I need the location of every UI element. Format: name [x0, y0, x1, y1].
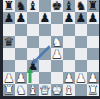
square-b5[interactable] — [15, 36, 27, 48]
square-d3[interactable] — [39, 60, 51, 72]
square-a1[interactable]: ♜ — [3, 84, 15, 96]
square-h6[interactable] — [87, 24, 99, 36]
chess-board: ♜♞♝♚♝♞♜♟♟♟♟♟♟♛♞♟♟♟♟♟♟♟♜♞♝♛♚♝♜ — [3, 0, 99, 96]
black-queen-a5[interactable]: ♛ — [4, 36, 15, 48]
square-e8[interactable]: ♚ — [51, 0, 63, 12]
black-pawn-g7[interactable]: ♟ — [76, 12, 87, 24]
square-b6[interactable] — [15, 24, 27, 36]
white-bishop-f1[interactable]: ♝ — [64, 84, 75, 96]
square-c3[interactable]: ♟ — [27, 60, 39, 72]
white-king-e1[interactable]: ♚ — [52, 84, 63, 96]
black-king-e8[interactable]: ♚ — [52, 0, 63, 12]
square-f5[interactable] — [63, 36, 75, 48]
square-e7[interactable] — [51, 12, 63, 24]
square-f6[interactable] — [63, 24, 75, 36]
square-c7[interactable] — [27, 12, 39, 24]
square-e1[interactable]: ♚ — [51, 84, 63, 96]
square-c6[interactable] — [27, 24, 39, 36]
square-h7[interactable]: ♟ — [87, 12, 99, 24]
black-pawn-d7[interactable]: ♟ — [40, 12, 51, 24]
white-rook-a1[interactable]: ♜ — [4, 84, 15, 96]
square-d1[interactable]: ♛ — [39, 84, 51, 96]
square-f4[interactable] — [63, 48, 75, 60]
square-a5[interactable]: ♛ — [3, 36, 15, 48]
square-g4[interactable] — [75, 48, 87, 60]
square-g1[interactable] — [75, 84, 87, 96]
white-queen-d1[interactable]: ♛ — [40, 84, 51, 96]
square-d5[interactable] — [39, 36, 51, 48]
square-c8[interactable]: ♝ — [27, 0, 39, 12]
square-d6[interactable] — [39, 24, 51, 36]
square-g5[interactable] — [75, 36, 87, 48]
black-bishop-c8[interactable]: ♝ — [28, 0, 39, 12]
square-h1[interactable]: ♜ — [87, 84, 99, 96]
square-d4[interactable] — [39, 48, 51, 60]
square-g7[interactable]: ♟ — [75, 12, 87, 24]
square-a4[interactable] — [3, 48, 15, 60]
square-f7[interactable]: ♟ — [63, 12, 75, 24]
square-a7[interactable]: ♟ — [3, 12, 15, 24]
square-g2[interactable]: ♟ — [75, 72, 87, 84]
white-bishop-c1[interactable]: ♝ — [28, 84, 39, 96]
white-pawn-g2[interactable]: ♟ — [76, 72, 87, 84]
square-h4[interactable] — [87, 48, 99, 60]
white-knight-b1[interactable]: ♞ — [16, 84, 27, 96]
square-c5[interactable] — [27, 36, 39, 48]
square-d7[interactable]: ♟ — [39, 12, 51, 24]
square-b1[interactable]: ♞ — [15, 84, 27, 96]
square-e3[interactable] — [51, 60, 63, 72]
square-g6[interactable] — [75, 24, 87, 36]
black-pawn-a7[interactable]: ♟ — [4, 12, 15, 24]
white-rook-h1[interactable]: ♜ — [88, 84, 99, 96]
black-pawn-f7[interactable]: ♟ — [64, 12, 75, 24]
black-pawn-h7[interactable]: ♟ — [88, 12, 99, 24]
square-c1[interactable]: ♝ — [27, 84, 39, 96]
chess-app-screen: ♜♞♝♚♝♞♜♟♟♟♟♟♟♛♞♟♟♟♟♟♟♟♜♞♝♛♚♝♜ — [0, 0, 100, 99]
white-pawn-e4[interactable]: ♟ — [52, 48, 63, 60]
black-pawn-b7[interactable]: ♟ — [16, 12, 27, 24]
square-f1[interactable]: ♝ — [63, 84, 75, 96]
square-b7[interactable]: ♟ — [15, 12, 27, 24]
square-b4[interactable] — [15, 48, 27, 60]
square-h5[interactable] — [87, 36, 99, 48]
square-e4[interactable]: ♟ — [51, 48, 63, 60]
black-pawn-c3[interactable]: ♟ — [28, 60, 39, 72]
